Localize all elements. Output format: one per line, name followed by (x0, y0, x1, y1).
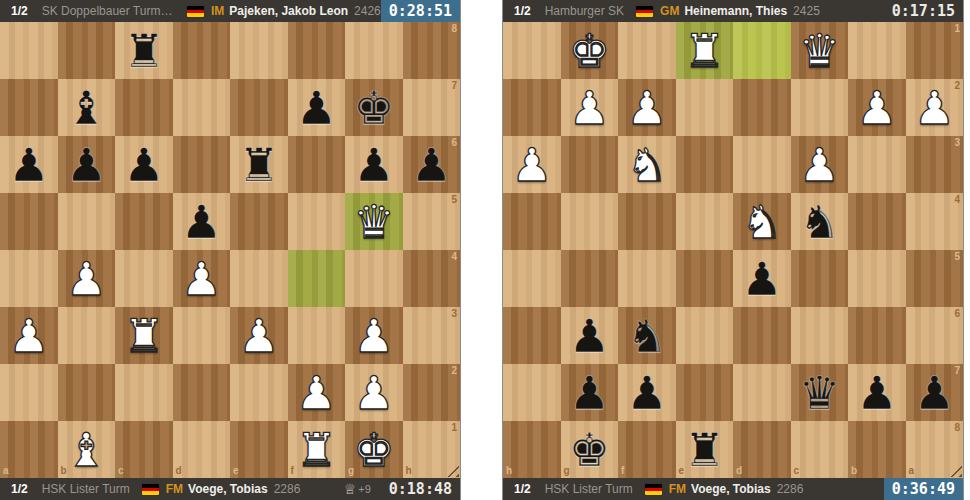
square-b2[interactable]: ♟ (848, 79, 906, 136)
white-pawn-g3: ♟ (353, 313, 394, 359)
square-b4[interactable] (848, 193, 906, 250)
square-e7[interactable] (676, 364, 734, 421)
board-panel-right: 1/2 Hamburger SK GM Heinemann, Thies 242… (503, 0, 963, 500)
player-rating: 2425 (793, 4, 820, 18)
german-flag-icon (636, 6, 653, 17)
square-f2[interactable]: ♟ (288, 364, 346, 421)
square-a5[interactable] (0, 193, 58, 250)
square-h3[interactable]: ♟ (503, 136, 561, 193)
square-e3[interactable] (676, 136, 734, 193)
square-b1[interactable]: ♝b (58, 421, 116, 478)
black-pawn-g6: ♟ (569, 313, 610, 359)
square-e2[interactable] (676, 79, 734, 136)
square-b3[interactable] (848, 136, 906, 193)
black-pawn-b6: ♟ (66, 142, 107, 188)
square-g6[interactable]: ♟ (345, 136, 403, 193)
square-g8[interactable] (345, 22, 403, 79)
square-b5[interactable] (848, 250, 906, 307)
player-title: IM (211, 4, 224, 18)
square-c4[interactable] (115, 250, 173, 307)
square-a2[interactable] (0, 364, 58, 421)
square-g2[interactable]: ♟ (345, 364, 403, 421)
square-c8[interactable]: c (791, 421, 849, 478)
square-d8[interactable]: d (733, 421, 791, 478)
square-f1[interactable]: ♜f (288, 421, 346, 478)
black-pawn-g7: ♟ (569, 370, 610, 416)
square-a6[interactable]: 6 (906, 307, 964, 364)
black-rook-c8: ♜ (123, 28, 164, 74)
square-h7[interactable]: 7 (403, 79, 461, 136)
square-d7[interactable] (173, 79, 231, 136)
square-f8[interactable]: f (618, 421, 676, 478)
square-d2[interactable] (173, 364, 231, 421)
square-a1[interactable]: a (0, 421, 58, 478)
rank-label-7: 7 (451, 81, 457, 91)
white-pawn-a3: ♟ (8, 313, 49, 359)
square-e4[interactable] (676, 193, 734, 250)
rank-label-3: 3 (954, 138, 960, 148)
clock-bottom-left: 0:18:48 (381, 478, 460, 500)
square-h2[interactable]: 2 (403, 364, 461, 421)
square-e5[interactable] (676, 250, 734, 307)
square-g3[interactable]: ♟ (345, 307, 403, 364)
square-h1[interactable]: 1h (403, 421, 461, 478)
file-label-b: b (851, 466, 857, 476)
square-h5[interactable]: 5 (403, 193, 461, 250)
square-d1[interactable]: d (173, 421, 231, 478)
square-e8[interactable]: ♜e (676, 421, 734, 478)
clock-bottom-right: 0:36:49 (884, 478, 963, 500)
white-knight-d4: ♞ (741, 199, 782, 245)
square-d3[interactable] (173, 307, 231, 364)
square-c5[interactable] (791, 250, 849, 307)
material-advantage: ♕ +9 (344, 482, 371, 496)
white-pawn-b2: ♟ (856, 85, 897, 131)
square-f7[interactable]: ♟ (288, 79, 346, 136)
chess-board-left[interactable]: ♜8♝♟♚7♟♟♟♜♟♟6♟♛5♟♟4♟♜♟♟3♟♟2a♝bcde♜f♚g1h (0, 22, 460, 478)
square-d7[interactable] (733, 364, 791, 421)
square-f3[interactable]: ♞ (618, 136, 676, 193)
square-g1[interactable]: ♚g (345, 421, 403, 478)
square-c6[interactable]: ♟ (115, 136, 173, 193)
team-name: HSK Lister Turm (42, 482, 130, 496)
file-label-h: h (506, 466, 512, 476)
square-d6[interactable] (733, 307, 791, 364)
file-label-c: c (118, 466, 124, 476)
white-pawn-b4: ♟ (66, 256, 107, 302)
square-d5[interactable]: ♟ (173, 193, 231, 250)
square-a6[interactable]: ♟ (0, 136, 58, 193)
file-label-e: e (679, 466, 685, 476)
file-label-c: c (794, 466, 800, 476)
file-label-g: g (564, 466, 570, 476)
square-h5[interactable] (503, 250, 561, 307)
square-e8[interactable] (230, 22, 288, 79)
square-a7[interactable] (0, 79, 58, 136)
black-pawn-h6: ♟ (411, 142, 452, 188)
broadcast-board-grid: 1/2 SK Doppelbauer Turm … IM Pajeken, Ja… (0, 0, 970, 500)
square-f3[interactable] (288, 307, 346, 364)
rank-label-1: 1 (954, 24, 960, 34)
chess-board-right[interactable]: ♚♜♛1♟♟♟♟2♟♞♟3♞♞4♟5♟♞6♟♟♛♟♟7h♚gf♜edcb8a (503, 22, 963, 478)
black-rook-e8: ♜ (684, 427, 725, 473)
square-h4[interactable] (503, 193, 561, 250)
black-king-g8: ♚ (569, 427, 610, 473)
square-b8[interactable] (58, 22, 116, 79)
white-pawn-d4: ♟ (181, 256, 222, 302)
square-a3[interactable]: ♟ (0, 307, 58, 364)
rank-label-6: 6 (954, 309, 960, 319)
square-h6[interactable] (503, 307, 561, 364)
square-c2[interactable] (791, 79, 849, 136)
material-value: +9 (358, 483, 371, 495)
game-score: 1/2 (0, 482, 42, 496)
square-a7[interactable]: ♟7 (906, 364, 964, 421)
square-g4[interactable] (561, 193, 619, 250)
rank-label-8: 8 (954, 423, 960, 433)
file-label-d: d (176, 466, 182, 476)
rank-label-8: 8 (451, 24, 457, 34)
square-f6[interactable]: ♞ (618, 307, 676, 364)
white-pawn-c3: ♟ (799, 142, 840, 188)
player-bar-bottom-right: 1/2 HSK Lister Turm FM Voege, Tobias 228… (503, 478, 963, 500)
black-pawn-a6: ♟ (8, 142, 49, 188)
file-label-f: f (291, 466, 294, 476)
square-b6[interactable] (848, 307, 906, 364)
white-knight-f3: ♞ (626, 142, 667, 188)
rank-label-5: 5 (954, 252, 960, 262)
square-g7[interactable]: ♚ (345, 79, 403, 136)
square-h6[interactable]: ♟6 (403, 136, 461, 193)
square-e2[interactable] (230, 364, 288, 421)
rank-label-5: 5 (451, 195, 457, 205)
black-bishop-b7: ♝ (66, 85, 107, 131)
square-g7[interactable]: ♟ (561, 364, 619, 421)
square-c7[interactable]: ♛ (791, 364, 849, 421)
square-c5[interactable] (115, 193, 173, 250)
file-label-f: f (621, 466, 624, 476)
square-f8[interactable] (288, 22, 346, 79)
black-pawn-d5: ♟ (181, 199, 222, 245)
square-b7[interactable]: ♝ (58, 79, 116, 136)
square-a5[interactable]: 5 (906, 250, 964, 307)
white-queen-c1: ♛ (799, 28, 840, 74)
player-bar-top-left: 1/2 SK Doppelbauer Turm … IM Pajeken, Ja… (0, 0, 460, 22)
black-pawn-c6: ♟ (123, 142, 164, 188)
file-label-a: a (3, 466, 9, 476)
square-a8[interactable]: 8a (906, 421, 964, 478)
square-a4[interactable] (0, 250, 58, 307)
square-h7[interactable] (503, 364, 561, 421)
player-title: GM (660, 4, 679, 18)
white-bishop-b1: ♝ (66, 427, 107, 473)
square-b3[interactable] (58, 307, 116, 364)
player-title: FM (669, 482, 686, 496)
square-f6[interactable] (288, 136, 346, 193)
square-e6[interactable]: ♜ (230, 136, 288, 193)
square-b1[interactable] (848, 22, 906, 79)
game-score: 1/2 (503, 482, 545, 496)
german-flag-icon (645, 484, 662, 495)
player-name[interactable]: Voege, Tobias (188, 482, 268, 496)
square-b4[interactable]: ♟ (58, 250, 116, 307)
square-c1[interactable]: c (115, 421, 173, 478)
square-c4[interactable]: ♞ (791, 193, 849, 250)
square-b5[interactable] (58, 193, 116, 250)
square-e3[interactable]: ♟ (230, 307, 288, 364)
square-a4[interactable]: 4 (906, 193, 964, 250)
square-f7[interactable]: ♟ (618, 364, 676, 421)
square-d5[interactable]: ♟ (733, 250, 791, 307)
team-name: Hamburger SK (545, 4, 624, 18)
clock-top-right: 0:17:15 (884, 0, 963, 22)
square-d4[interactable]: ♞ (733, 193, 791, 250)
rank-label-7: 7 (954, 366, 960, 376)
clock-top-left: 0:28:51 (381, 0, 460, 22)
black-pawn-g6: ♟ (353, 142, 394, 188)
square-c3[interactable]: ♜ (115, 307, 173, 364)
square-c2[interactable] (115, 364, 173, 421)
rank-label-1: 1 (451, 423, 457, 433)
square-g8[interactable]: ♚g (561, 421, 619, 478)
square-g1[interactable]: ♚ (561, 22, 619, 79)
black-knight-c4: ♞ (799, 199, 840, 245)
square-e1[interactable]: ♜ (676, 22, 734, 79)
white-king-g1: ♚ (569, 28, 610, 74)
black-pawn-d5: ♟ (741, 256, 782, 302)
rank-label-2: 2 (954, 81, 960, 91)
square-f4[interactable] (618, 193, 676, 250)
player-title: FM (166, 482, 183, 496)
square-e5[interactable] (230, 193, 288, 250)
file-label-d: d (736, 466, 742, 476)
player-rating: 2286 (777, 482, 804, 496)
square-h1[interactable] (503, 22, 561, 79)
square-g5[interactable]: ♛ (345, 193, 403, 250)
file-label-g: g (348, 466, 354, 476)
player-name[interactable]: Voege, Tobias (691, 482, 771, 496)
white-rook-e1: ♜ (684, 28, 725, 74)
game-score: 1/2 (0, 4, 42, 18)
square-d3[interactable] (733, 136, 791, 193)
player-bar-bottom-left: 1/2 HSK Lister Turm FM Voege, Tobias 228… (0, 478, 460, 500)
square-e7[interactable] (230, 79, 288, 136)
german-flag-icon (187, 6, 204, 17)
square-f5[interactable] (288, 193, 346, 250)
square-c3[interactable]: ♟ (791, 136, 849, 193)
square-a2[interactable]: ♟2 (906, 79, 964, 136)
square-a1[interactable]: 1 (906, 22, 964, 79)
square-d1[interactable] (733, 22, 791, 79)
board-panel-left: 1/2 SK Doppelbauer Turm … IM Pajeken, Ja… (0, 0, 460, 500)
square-g4[interactable] (345, 250, 403, 307)
white-pawn-a2: ♟ (914, 85, 955, 131)
white-pawn-f2: ♟ (626, 85, 667, 131)
square-d8[interactable] (173, 22, 231, 79)
square-g5[interactable] (561, 250, 619, 307)
square-f1[interactable] (618, 22, 676, 79)
black-pawn-b7: ♟ (856, 370, 897, 416)
square-h8[interactable]: h (503, 421, 561, 478)
white-queen-icon: ♕ (344, 482, 357, 496)
player-rating: 2426 (354, 4, 381, 18)
square-e1[interactable]: e (230, 421, 288, 478)
player-rating: 2286 (274, 482, 301, 496)
german-flag-icon (142, 484, 159, 495)
white-pawn-h3: ♟ (511, 142, 552, 188)
square-d4[interactable]: ♟ (173, 250, 231, 307)
square-e6[interactable] (676, 307, 734, 364)
white-pawn-e3: ♟ (238, 313, 279, 359)
square-a8[interactable] (0, 22, 58, 79)
player-bar-top-right: 1/2 Hamburger SK GM Heinemann, Thies 242… (503, 0, 963, 22)
square-a3[interactable]: 3 (906, 136, 964, 193)
black-knight-f6: ♞ (626, 313, 667, 359)
square-e4[interactable] (230, 250, 288, 307)
white-pawn-g2: ♟ (353, 370, 394, 416)
white-rook-c3: ♜ (123, 313, 164, 359)
black-pawn-f7: ♟ (626, 370, 667, 416)
rank-label-6: 6 (451, 138, 457, 148)
black-king-g7: ♚ (353, 85, 394, 131)
team-name: SK Doppelbauer Turm … (42, 4, 175, 18)
team-name: HSK Lister Turm (545, 482, 633, 496)
white-pawn-f2: ♟ (296, 370, 337, 416)
black-queen-c7: ♛ (799, 370, 840, 416)
white-pawn-g2: ♟ (569, 85, 610, 131)
square-b8[interactable]: b (848, 421, 906, 478)
square-g3[interactable] (561, 136, 619, 193)
square-c1[interactable]: ♛ (791, 22, 849, 79)
game-score: 1/2 (503, 4, 545, 18)
square-b6[interactable]: ♟ (58, 136, 116, 193)
rank-label-3: 3 (451, 309, 457, 319)
file-label-h: h (406, 466, 412, 476)
square-f2[interactable]: ♟ (618, 79, 676, 136)
black-pawn-f7: ♟ (296, 85, 337, 131)
white-king-g1: ♚ (353, 427, 394, 473)
square-h2[interactable] (503, 79, 561, 136)
square-f5[interactable] (618, 250, 676, 307)
square-g2[interactable]: ♟ (561, 79, 619, 136)
square-c6[interactable] (791, 307, 849, 364)
square-h3[interactable]: 3 (403, 307, 461, 364)
player-name[interactable]: Pajeken, Jakob Leon (229, 4, 348, 18)
square-f4[interactable] (288, 250, 346, 307)
square-g6[interactable]: ♟ (561, 307, 619, 364)
square-d6[interactable] (173, 136, 231, 193)
file-label-e: e (233, 466, 239, 476)
white-queen-g5: ♛ (353, 199, 394, 245)
rank-label-4: 4 (954, 195, 960, 205)
white-rook-f1: ♜ (296, 427, 337, 473)
rank-label-2: 2 (451, 366, 457, 376)
square-h8[interactable]: 8 (403, 22, 461, 79)
file-label-a: a (909, 466, 915, 476)
square-b2[interactable] (58, 364, 116, 421)
file-label-b: b (61, 466, 67, 476)
square-b7[interactable]: ♟ (848, 364, 906, 421)
square-d2[interactable] (733, 79, 791, 136)
rank-label-4: 4 (451, 252, 457, 262)
black-rook-e6: ♜ (238, 142, 279, 188)
square-c8[interactable]: ♜ (115, 22, 173, 79)
black-pawn-a7: ♟ (914, 370, 955, 416)
square-h4[interactable]: 4 (403, 250, 461, 307)
square-c7[interactable] (115, 79, 173, 136)
player-name[interactable]: Heinemann, Thies (684, 4, 787, 18)
